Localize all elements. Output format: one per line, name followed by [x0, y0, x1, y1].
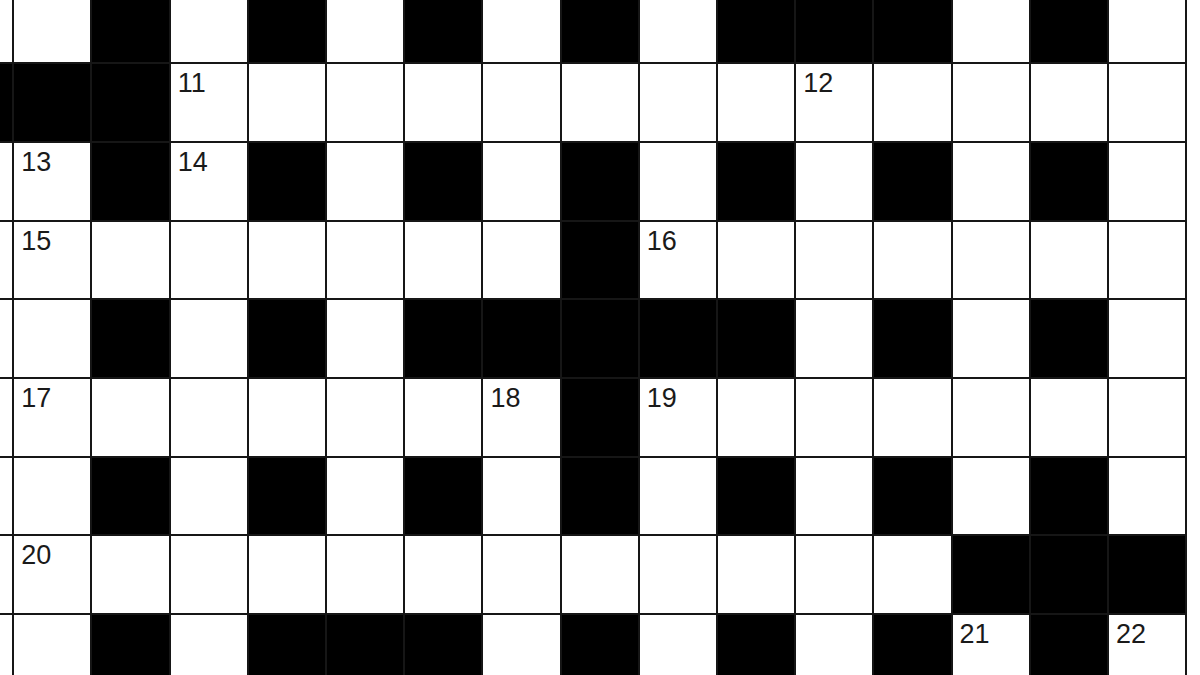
white-cell[interactable] — [171, 222, 247, 299]
clue-number: 15 — [21, 226, 51, 257]
white-cell[interactable] — [874, 536, 950, 613]
crossword-grid: 111213141516171819202122 — [0, 0, 1187, 675]
black-cell — [483, 300, 559, 377]
white-cell[interactable]: 16 — [640, 222, 716, 299]
white-cell[interactable] — [483, 458, 559, 535]
white-cell[interactable] — [483, 143, 559, 220]
white-cell[interactable] — [0, 143, 12, 220]
white-cell[interactable] — [327, 64, 403, 141]
white-cell[interactable] — [953, 222, 1029, 299]
white-cell[interactable] — [483, 0, 559, 62]
white-cell[interactable] — [1031, 64, 1107, 141]
white-cell[interactable]: 13 — [14, 143, 90, 220]
black-cell — [405, 0, 481, 62]
white-cell[interactable]: 11 — [171, 64, 247, 141]
black-cell — [92, 615, 168, 675]
white-cell[interactable] — [796, 300, 872, 377]
white-cell[interactable] — [405, 222, 481, 299]
crossword-viewport: 111213141516171819202122 — [0, 0, 1200, 675]
white-cell[interactable] — [718, 536, 794, 613]
black-cell — [1031, 458, 1107, 535]
black-cell — [1031, 0, 1107, 62]
black-cell — [718, 458, 794, 535]
white-cell[interactable] — [92, 222, 168, 299]
white-cell[interactable] — [874, 222, 950, 299]
white-cell[interactable] — [249, 64, 325, 141]
black-cell — [874, 458, 950, 535]
white-cell[interactable] — [1109, 222, 1185, 299]
black-cell — [562, 615, 638, 675]
white-cell[interactable] — [1109, 379, 1185, 456]
clue-number: 12 — [803, 68, 833, 99]
white-cell[interactable] — [562, 536, 638, 613]
white-cell[interactable] — [0, 458, 12, 535]
clue-number: 19 — [647, 383, 677, 414]
white-cell[interactable] — [14, 0, 90, 62]
white-cell[interactable] — [171, 536, 247, 613]
black-cell — [249, 0, 325, 62]
black-cell — [1031, 300, 1107, 377]
black-cell — [1031, 536, 1107, 613]
white-cell[interactable] — [796, 222, 872, 299]
white-cell[interactable] — [0, 615, 12, 675]
black-cell — [14, 64, 90, 141]
white-cell[interactable] — [1109, 458, 1185, 535]
white-cell[interactable] — [796, 379, 872, 456]
white-cell[interactable]: 22 — [1109, 615, 1185, 675]
white-cell[interactable] — [953, 143, 1029, 220]
clue-number: 20 — [21, 540, 51, 571]
black-cell — [405, 143, 481, 220]
black-cell — [562, 458, 638, 535]
black-cell — [874, 0, 950, 62]
black-cell — [405, 458, 481, 535]
black-cell — [640, 300, 716, 377]
black-cell — [562, 0, 638, 62]
white-cell[interactable] — [562, 64, 638, 141]
white-cell[interactable] — [0, 536, 12, 613]
clue-number: 14 — [178, 147, 208, 178]
white-cell[interactable] — [640, 458, 716, 535]
black-cell — [1031, 143, 1107, 220]
white-cell[interactable] — [718, 379, 794, 456]
white-cell[interactable] — [327, 379, 403, 456]
white-cell[interactable] — [327, 222, 403, 299]
black-cell — [92, 458, 168, 535]
black-cell — [562, 300, 638, 377]
white-cell[interactable]: 19 — [640, 379, 716, 456]
black-cell — [92, 300, 168, 377]
white-cell[interactable]: 15 — [14, 222, 90, 299]
white-cell[interactable] — [0, 222, 12, 299]
black-cell — [718, 143, 794, 220]
black-cell — [1031, 615, 1107, 675]
white-cell[interactable] — [171, 379, 247, 456]
clue-number: 17 — [21, 383, 51, 414]
white-cell[interactable] — [483, 615, 559, 675]
white-cell[interactable] — [1031, 222, 1107, 299]
black-cell — [0, 64, 12, 141]
black-cell — [874, 300, 950, 377]
white-cell[interactable] — [327, 300, 403, 377]
white-cell[interactable] — [327, 0, 403, 62]
white-cell[interactable] — [953, 0, 1029, 62]
white-cell[interactable]: 20 — [14, 536, 90, 613]
white-cell[interactable]: 12 — [796, 64, 872, 141]
white-cell[interactable] — [953, 64, 1029, 141]
white-cell[interactable]: 21 — [953, 615, 1029, 675]
white-cell[interactable] — [953, 458, 1029, 535]
white-cell[interactable] — [796, 615, 872, 675]
clue-number: 18 — [490, 383, 520, 414]
black-cell — [92, 64, 168, 141]
black-cell — [92, 0, 168, 62]
white-cell[interactable] — [640, 536, 716, 613]
white-cell[interactable] — [483, 536, 559, 613]
clue-number: 11 — [178, 68, 206, 99]
black-cell — [562, 222, 638, 299]
white-cell[interactable] — [640, 0, 716, 62]
clue-number: 13 — [21, 147, 51, 178]
white-cell[interactable] — [171, 0, 247, 62]
white-cell[interactable] — [1031, 379, 1107, 456]
white-cell[interactable] — [796, 458, 872, 535]
white-cell[interactable] — [327, 458, 403, 535]
black-cell — [718, 0, 794, 62]
white-cell[interactable] — [249, 379, 325, 456]
white-cell[interactable]: 17 — [14, 379, 90, 456]
white-cell[interactable] — [640, 64, 716, 141]
black-cell — [1109, 536, 1185, 613]
black-cell — [718, 615, 794, 675]
white-cell[interactable] — [249, 536, 325, 613]
white-cell[interactable] — [874, 64, 950, 141]
white-cell[interactable] — [171, 615, 247, 675]
white-cell[interactable] — [405, 536, 481, 613]
black-cell — [796, 0, 872, 62]
black-cell — [874, 615, 950, 675]
white-cell[interactable] — [874, 379, 950, 456]
white-cell[interactable] — [1109, 300, 1185, 377]
black-cell — [249, 458, 325, 535]
white-cell[interactable] — [1109, 143, 1185, 220]
white-cell[interactable] — [953, 300, 1029, 377]
white-cell[interactable] — [796, 536, 872, 613]
black-cell — [92, 143, 168, 220]
white-cell[interactable] — [1109, 0, 1185, 62]
clue-number: 21 — [960, 619, 990, 650]
white-cell[interactable] — [0, 379, 12, 456]
white-cell[interactable] — [171, 300, 247, 377]
black-cell — [562, 143, 638, 220]
white-cell[interactable] — [0, 0, 12, 62]
white-cell[interactable] — [14, 300, 90, 377]
white-cell[interactable] — [796, 143, 872, 220]
white-cell[interactable] — [249, 222, 325, 299]
white-cell[interactable] — [483, 222, 559, 299]
white-cell[interactable] — [327, 143, 403, 220]
black-cell — [405, 300, 481, 377]
black-cell — [953, 536, 1029, 613]
white-cell[interactable] — [171, 458, 247, 535]
black-cell — [405, 615, 481, 675]
white-cell[interactable] — [1109, 64, 1185, 141]
clue-number: 22 — [1116, 619, 1146, 650]
white-cell[interactable] — [92, 536, 168, 613]
white-cell[interactable] — [640, 143, 716, 220]
black-cell — [562, 379, 638, 456]
clue-number: 16 — [647, 226, 677, 257]
black-cell — [249, 615, 325, 675]
white-cell[interactable] — [718, 222, 794, 299]
black-cell — [327, 615, 403, 675]
white-cell[interactable] — [327, 536, 403, 613]
white-cell[interactable]: 18 — [483, 379, 559, 456]
white-cell[interactable] — [718, 64, 794, 141]
white-cell[interactable] — [14, 458, 90, 535]
white-cell[interactable] — [640, 615, 716, 675]
black-cell — [249, 143, 325, 220]
black-cell — [874, 143, 950, 220]
black-cell — [249, 300, 325, 377]
white-cell[interactable] — [92, 379, 168, 456]
white-cell[interactable]: 14 — [171, 143, 247, 220]
white-cell[interactable] — [953, 379, 1029, 456]
white-cell[interactable] — [405, 379, 481, 456]
black-cell — [718, 300, 794, 377]
white-cell[interactable] — [14, 615, 90, 675]
white-cell[interactable] — [0, 300, 12, 377]
white-cell[interactable] — [405, 64, 481, 141]
white-cell[interactable] — [483, 64, 559, 141]
